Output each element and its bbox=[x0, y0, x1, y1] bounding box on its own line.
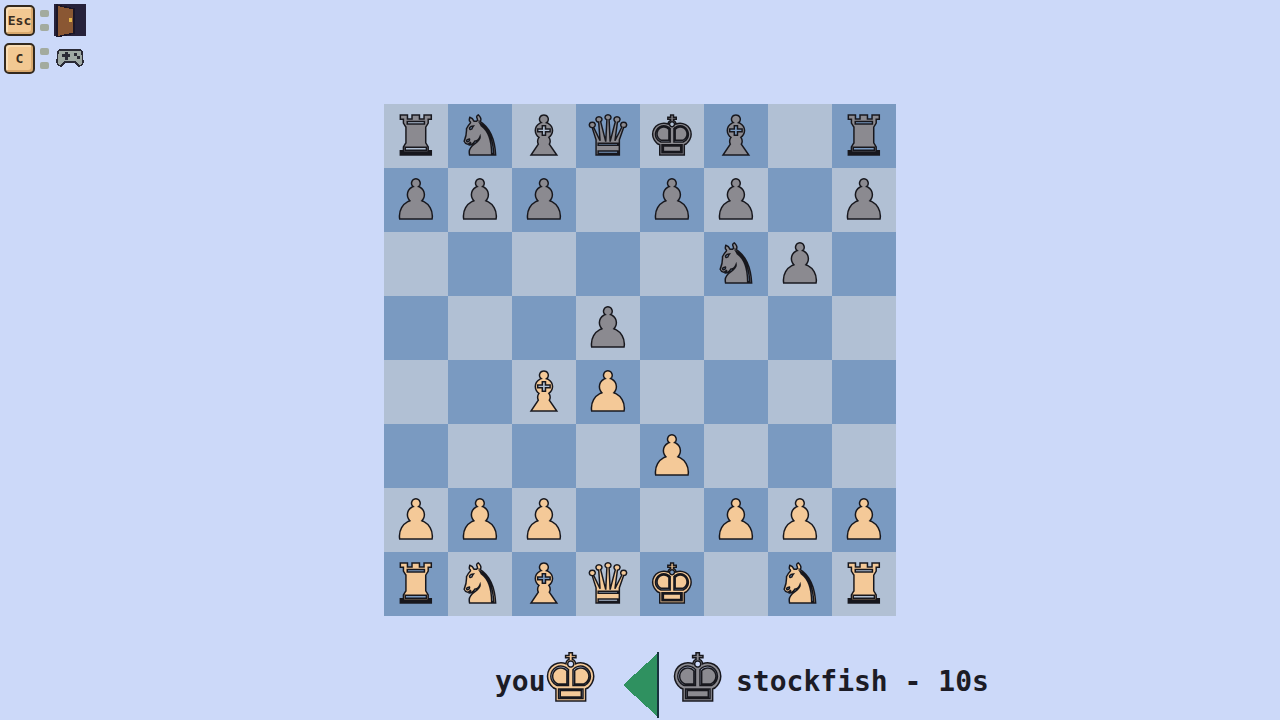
square-a7[interactable]: ♟ bbox=[384, 168, 448, 232]
hotkey-row-esc: Esc bbox=[4, 2, 87, 38]
white-pawn: ♟ bbox=[519, 488, 568, 552]
black-pawn: ♟ bbox=[775, 232, 824, 296]
black-pawn: ♟ bbox=[519, 168, 568, 232]
square-e6[interactable] bbox=[640, 232, 704, 296]
square-a5[interactable] bbox=[384, 296, 448, 360]
square-e1[interactable]: ♚ bbox=[640, 552, 704, 616]
square-g2[interactable]: ♟ bbox=[768, 488, 832, 552]
white-king-icon: ♚ bbox=[541, 641, 600, 717]
square-b5[interactable] bbox=[448, 296, 512, 360]
white-rook: ♜ bbox=[391, 552, 440, 616]
square-d4[interactable]: ♟ bbox=[576, 360, 640, 424]
black-queen: ♛ bbox=[583, 104, 632, 168]
chess-board: ♜♞♝♛♚♝♜♟♟♟♟♟♟♞♟♟♝♟♟♟♟♟♟♟♟♜♞♝♛♚♞♜ bbox=[384, 104, 896, 616]
square-f4[interactable] bbox=[704, 360, 768, 424]
square-c5[interactable] bbox=[512, 296, 576, 360]
square-g3[interactable] bbox=[768, 424, 832, 488]
white-pawn: ♟ bbox=[711, 488, 760, 552]
square-f6[interactable]: ♞ bbox=[704, 232, 768, 296]
square-a1[interactable]: ♜ bbox=[384, 552, 448, 616]
gamepad-icon bbox=[53, 41, 87, 75]
player-label: you bbox=[495, 667, 546, 697]
white-knight: ♞ bbox=[455, 552, 504, 616]
white-king: ♚ bbox=[647, 552, 696, 616]
square-f7[interactable]: ♟ bbox=[704, 168, 768, 232]
hotkey-hints: Esc C bbox=[4, 2, 87, 78]
dot bbox=[40, 62, 49, 69]
engine-label: stockfish - 10s bbox=[736, 667, 989, 697]
square-c1[interactable]: ♝ bbox=[512, 552, 576, 616]
black-pawn: ♟ bbox=[391, 168, 440, 232]
square-a8[interactable]: ♜ bbox=[384, 104, 448, 168]
black-knight: ♞ bbox=[455, 104, 504, 168]
black-pawn: ♟ bbox=[455, 168, 504, 232]
square-c7[interactable]: ♟ bbox=[512, 168, 576, 232]
square-g8[interactable] bbox=[768, 104, 832, 168]
white-pawn: ♟ bbox=[583, 360, 632, 424]
black-king: ♚ bbox=[647, 104, 696, 168]
black-bishop: ♝ bbox=[519, 104, 568, 168]
square-e2[interactable] bbox=[640, 488, 704, 552]
square-e4[interactable] bbox=[640, 360, 704, 424]
square-g4[interactable] bbox=[768, 360, 832, 424]
square-d5[interactable]: ♟ bbox=[576, 296, 640, 360]
esc-key-button[interactable]: Esc bbox=[4, 5, 35, 36]
square-h6[interactable] bbox=[832, 232, 896, 296]
square-b2[interactable]: ♟ bbox=[448, 488, 512, 552]
square-f1[interactable] bbox=[704, 552, 768, 616]
square-b3[interactable] bbox=[448, 424, 512, 488]
square-a2[interactable]: ♟ bbox=[384, 488, 448, 552]
status-bar: you ♚ ♚ stockfish - 10s bbox=[0, 645, 1280, 720]
square-b1[interactable]: ♞ bbox=[448, 552, 512, 616]
square-c3[interactable] bbox=[512, 424, 576, 488]
green-left-triangle-icon bbox=[623, 652, 659, 718]
square-b8[interactable]: ♞ bbox=[448, 104, 512, 168]
square-e3[interactable]: ♟ bbox=[640, 424, 704, 488]
square-g5[interactable] bbox=[768, 296, 832, 360]
square-a3[interactable] bbox=[384, 424, 448, 488]
dot bbox=[40, 48, 49, 55]
square-c8[interactable]: ♝ bbox=[512, 104, 576, 168]
square-d1[interactable]: ♛ bbox=[576, 552, 640, 616]
black-pawn: ♟ bbox=[839, 168, 888, 232]
white-rook: ♜ bbox=[839, 552, 888, 616]
black-king-icon: ♚ bbox=[668, 641, 727, 717]
white-bishop: ♝ bbox=[519, 360, 568, 424]
black-knight: ♞ bbox=[711, 232, 760, 296]
white-queen: ♛ bbox=[583, 552, 632, 616]
square-f5[interactable] bbox=[704, 296, 768, 360]
square-h1[interactable]: ♜ bbox=[832, 552, 896, 616]
c-key-button[interactable]: C bbox=[4, 43, 35, 74]
square-a4[interactable] bbox=[384, 360, 448, 424]
black-pawn: ♟ bbox=[647, 168, 696, 232]
square-h8[interactable]: ♜ bbox=[832, 104, 896, 168]
square-c4[interactable]: ♝ bbox=[512, 360, 576, 424]
square-d6[interactable] bbox=[576, 232, 640, 296]
white-pawn: ♟ bbox=[839, 488, 888, 552]
black-pawn: ♟ bbox=[711, 168, 760, 232]
square-h2[interactable]: ♟ bbox=[832, 488, 896, 552]
square-b7[interactable]: ♟ bbox=[448, 168, 512, 232]
black-rook: ♜ bbox=[391, 104, 440, 168]
esc-key-connector-dots bbox=[40, 10, 49, 31]
hotkey-row-c: C bbox=[4, 40, 87, 76]
white-pawn: ♟ bbox=[647, 424, 696, 488]
black-bishop: ♝ bbox=[711, 104, 760, 168]
square-e8[interactable]: ♚ bbox=[640, 104, 704, 168]
square-f8[interactable]: ♝ bbox=[704, 104, 768, 168]
black-rook: ♜ bbox=[839, 104, 888, 168]
square-h3[interactable] bbox=[832, 424, 896, 488]
black-pawn: ♟ bbox=[583, 296, 632, 360]
square-d8[interactable]: ♛ bbox=[576, 104, 640, 168]
square-h7[interactable]: ♟ bbox=[832, 168, 896, 232]
square-c6[interactable] bbox=[512, 232, 576, 296]
square-b6[interactable] bbox=[448, 232, 512, 296]
square-e5[interactable] bbox=[640, 296, 704, 360]
white-bishop: ♝ bbox=[519, 552, 568, 616]
square-d2[interactable] bbox=[576, 488, 640, 552]
dot bbox=[40, 24, 49, 31]
square-g1[interactable]: ♞ bbox=[768, 552, 832, 616]
square-h5[interactable] bbox=[832, 296, 896, 360]
door-icon bbox=[53, 3, 87, 37]
white-pawn: ♟ bbox=[775, 488, 824, 552]
app: Esc C bbox=[0, 0, 1280, 720]
square-f3[interactable] bbox=[704, 424, 768, 488]
square-e7[interactable]: ♟ bbox=[640, 168, 704, 232]
square-a6[interactable] bbox=[384, 232, 448, 296]
square-h4[interactable] bbox=[832, 360, 896, 424]
square-f2[interactable]: ♟ bbox=[704, 488, 768, 552]
square-d3[interactable] bbox=[576, 424, 640, 488]
dot bbox=[40, 10, 49, 17]
white-knight: ♞ bbox=[775, 552, 824, 616]
square-g6[interactable]: ♟ bbox=[768, 232, 832, 296]
square-d7[interactable] bbox=[576, 168, 640, 232]
white-pawn: ♟ bbox=[391, 488, 440, 552]
square-b4[interactable] bbox=[448, 360, 512, 424]
square-c2[interactable]: ♟ bbox=[512, 488, 576, 552]
square-g7[interactable] bbox=[768, 168, 832, 232]
white-pawn: ♟ bbox=[455, 488, 504, 552]
c-key-connector-dots bbox=[40, 48, 49, 69]
